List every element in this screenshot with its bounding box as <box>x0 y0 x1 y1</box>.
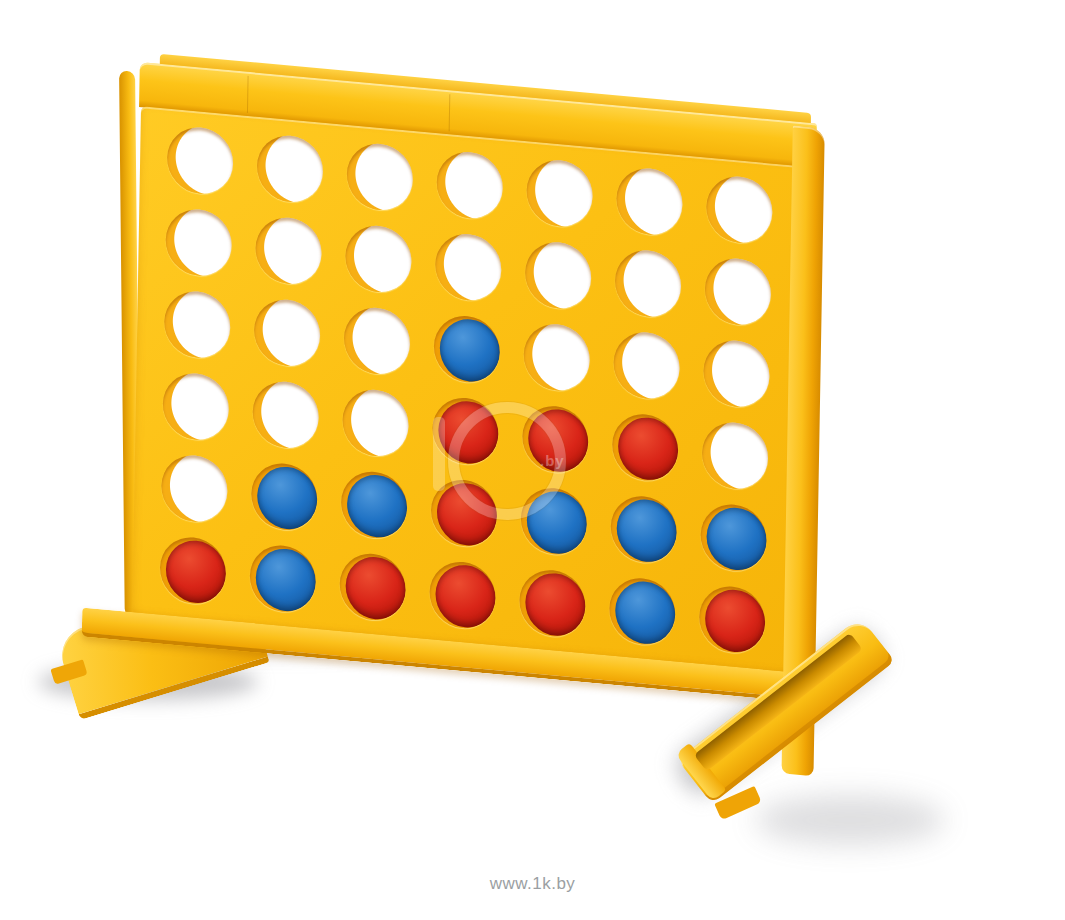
blue-disc <box>706 505 767 572</box>
cell-r6-c1[interactable] <box>147 525 238 615</box>
cell-r3-c6[interactable] <box>601 320 692 410</box>
empty-hole <box>164 289 231 361</box>
disc-hole <box>251 461 318 533</box>
right-stand-channel-opening <box>694 633 863 771</box>
disc-hole <box>609 575 676 647</box>
cell-r5-c6[interactable] <box>598 484 689 574</box>
cell-r3-c3[interactable] <box>331 296 422 386</box>
board-panel <box>132 106 800 678</box>
cell-r5-c1[interactable] <box>149 443 240 533</box>
empty-hole <box>161 453 228 525</box>
disc-hole <box>249 543 316 615</box>
right-stand-channel-bar <box>678 617 895 804</box>
cell-r2-c1[interactable] <box>153 198 244 288</box>
disc-hole <box>339 551 406 623</box>
disc-hole <box>159 535 226 607</box>
empty-hole <box>435 231 502 303</box>
cell-r6-c5[interactable] <box>507 558 598 648</box>
watermark-logo-bar <box>433 417 445 491</box>
empty-hole <box>255 215 322 287</box>
empty-hole <box>704 256 771 328</box>
empty-hole <box>523 321 590 393</box>
empty-hole <box>616 166 683 238</box>
board-grid <box>147 116 785 665</box>
cell-r5-c2[interactable] <box>239 452 330 542</box>
cell-r2-c7[interactable] <box>692 247 783 337</box>
cell-r2-c6[interactable] <box>602 238 693 328</box>
blue-disc <box>615 579 676 646</box>
red-disc <box>345 554 406 621</box>
cell-r4-c2[interactable] <box>240 370 331 460</box>
cell-r6-c6[interactable] <box>597 566 688 656</box>
rail-seam <box>247 76 249 113</box>
cell-r1-c4[interactable] <box>424 140 515 230</box>
cell-r5-c3[interactable] <box>328 460 419 550</box>
empty-hole <box>346 141 413 213</box>
cell-r2-c5[interactable] <box>513 230 604 320</box>
cell-r2-c2[interactable] <box>243 206 334 296</box>
disc-hole <box>610 493 677 565</box>
blue-disc <box>439 317 500 384</box>
cell-r6-c2[interactable] <box>237 534 328 624</box>
disc-hole <box>429 559 496 631</box>
blue-disc <box>616 497 677 564</box>
empty-hole <box>702 420 769 492</box>
empty-hole <box>345 223 412 295</box>
product-photo-scene: .by www.1k.by <box>0 0 1065 920</box>
disc-hole <box>341 469 408 541</box>
blue-disc <box>257 464 318 531</box>
cell-r4-c6[interactable] <box>600 402 691 492</box>
cell-r2-c3[interactable] <box>333 214 424 304</box>
cell-r1-c2[interactable] <box>244 124 335 214</box>
empty-hole <box>165 207 232 279</box>
cell-r1-c6[interactable] <box>604 156 695 246</box>
cell-r3-c2[interactable] <box>241 288 332 378</box>
empty-hole <box>436 149 503 221</box>
red-disc <box>435 563 496 630</box>
cell-r1-c7[interactable] <box>694 165 785 255</box>
cell-r3-c5[interactable] <box>511 312 602 402</box>
empty-hole <box>613 329 680 401</box>
cell-r2-c4[interactable] <box>423 222 514 312</box>
watermark-logo-text: .by <box>540 452 565 469</box>
cell-r6-c4[interactable] <box>417 550 508 640</box>
cell-r6-c3[interactable] <box>327 542 418 632</box>
disc-hole <box>433 313 500 385</box>
blue-disc <box>255 546 316 613</box>
empty-hole <box>525 239 592 311</box>
cell-r3-c7[interactable] <box>691 329 782 419</box>
empty-hole <box>162 371 229 443</box>
disc-hole <box>612 411 679 483</box>
blue-disc <box>347 472 408 539</box>
disc-hole <box>700 502 767 574</box>
empty-hole <box>167 125 234 197</box>
empty-hole <box>343 305 410 377</box>
right-stand <box>702 618 952 848</box>
cell-r3-c4[interactable] <box>421 304 512 394</box>
empty-hole <box>342 387 409 459</box>
cell-r1-c5[interactable] <box>514 148 605 238</box>
watermark-site-text: www.1k.by <box>0 874 1065 894</box>
empty-hole <box>256 133 323 205</box>
red-disc <box>165 538 226 605</box>
empty-hole <box>703 338 770 410</box>
cell-r4-c7[interactable] <box>689 411 780 501</box>
cell-r3-c1[interactable] <box>152 280 243 370</box>
cell-r1-c1[interactable] <box>154 116 245 206</box>
empty-hole <box>615 248 682 320</box>
red-disc <box>525 571 586 638</box>
empty-hole <box>706 174 773 246</box>
rail-seam <box>449 94 451 131</box>
cell-r4-c3[interactable] <box>330 378 421 468</box>
empty-hole <box>252 379 319 451</box>
cell-r4-c1[interactable] <box>150 361 241 451</box>
red-disc <box>618 415 679 482</box>
cell-r5-c7[interactable] <box>688 493 779 583</box>
cell-r1-c3[interactable] <box>334 132 425 222</box>
empty-hole <box>254 297 321 369</box>
empty-hole <box>526 157 593 229</box>
disc-hole <box>519 567 586 639</box>
